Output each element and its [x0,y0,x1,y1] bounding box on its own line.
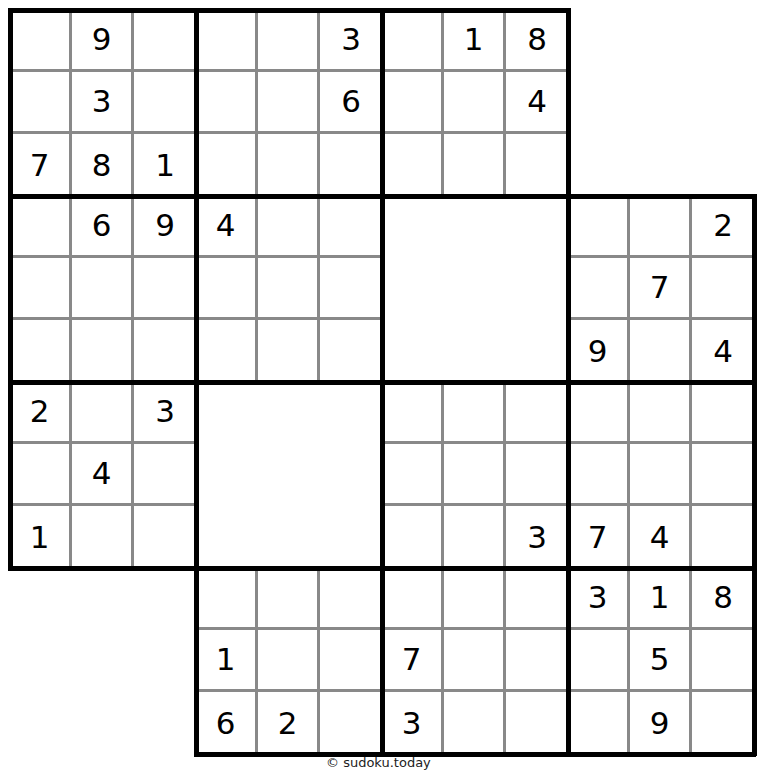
box-border-line [8,194,198,199]
cell-r7c11[interactable] [630,382,692,444]
cell-r10c9[interactable] [506,568,568,630]
cell-r10c6[interactable] [320,568,382,630]
cell-r6c11[interactable] [630,320,692,382]
cell-r2c6: 6 [320,72,382,134]
cell-r1c6: 3 [320,10,382,72]
hole-box-cell [258,444,320,506]
outside-area [134,568,196,630]
cell-r5c4[interactable] [196,258,258,320]
cell-r6c5[interactable] [258,320,320,382]
cell-r2c9: 4 [506,72,568,134]
cell-r8c7[interactable] [382,444,444,506]
hole-box-cell [506,196,568,258]
cell-r12c10[interactable] [568,692,630,754]
cell-r7c3: 3 [134,382,196,444]
cell-r7c2[interactable] [72,382,134,444]
box-border-line [752,566,757,756]
cell-r4c4: 4 [196,196,258,258]
cell-r11c12[interactable] [692,630,754,692]
cell-r4c12: 2 [692,196,754,258]
box-border-line [380,8,570,13]
box-border-line [194,194,199,384]
cell-r3c6[interactable] [320,134,382,196]
cell-r1c1[interactable] [10,10,72,72]
cell-r3c9[interactable] [506,134,568,196]
outside-area [630,10,692,72]
cell-r9c8[interactable] [444,506,506,568]
box-border-line [380,566,385,756]
box-border-line [566,194,756,199]
puzzle-stage: 9318364781694279423413743181756239 © sud… [0,0,764,774]
cell-r8c12[interactable] [692,444,754,506]
outside-area [72,568,134,630]
cell-r10c10: 3 [568,568,630,630]
outside-area [692,10,754,72]
cell-r8c1[interactable] [10,444,72,506]
cell-r4c3: 9 [134,196,196,258]
cell-r12c7: 3 [382,692,444,754]
cell-r3c1: 7 [10,134,72,196]
hole-box-cell [258,382,320,444]
cell-r4c1[interactable] [10,196,72,258]
cell-r9c3[interactable] [134,506,196,568]
box-border-line [194,8,384,13]
box-border-line [566,194,571,384]
cell-r11c9[interactable] [506,630,568,692]
cell-r4c6[interactable] [320,196,382,258]
cell-r5c3[interactable] [134,258,196,320]
hole-box-cell [196,444,258,506]
cell-r12c8[interactable] [444,692,506,754]
box-border-line [380,566,570,571]
cell-r4c5[interactable] [258,196,320,258]
outside-area [568,134,630,196]
box-border-line [8,380,13,570]
outside-area [630,134,692,196]
cell-r1c4[interactable] [196,10,258,72]
cell-r12c4: 6 [196,692,258,754]
box-border-line [752,194,757,384]
cell-r3c2: 8 [72,134,134,196]
box-border-line [194,566,199,756]
cell-r9c12[interactable] [692,506,754,568]
cell-r7c9[interactable] [506,382,568,444]
cell-r10c4[interactable] [196,568,258,630]
cell-r1c2: 9 [72,10,134,72]
cell-r8c10[interactable] [568,444,630,506]
cell-r9c2[interactable] [72,506,134,568]
cell-r5c6[interactable] [320,258,382,320]
hole-box-cell [444,258,506,320]
cell-r8c3[interactable] [134,444,196,506]
cell-r5c12[interactable] [692,258,754,320]
cell-r12c12[interactable] [692,692,754,754]
cell-r7c8[interactable] [444,382,506,444]
box-border-line [194,380,384,385]
cell-r2c5[interactable] [258,72,320,134]
cell-r12c5: 2 [258,692,320,754]
hole-box-cell [444,196,506,258]
cell-r11c7: 7 [382,630,444,692]
outside-area [568,72,630,134]
box-border-line [380,380,570,385]
cell-r9c1: 1 [10,506,72,568]
box-border-line [566,752,756,757]
cell-r3c7[interactable] [382,134,444,196]
outside-area [568,10,630,72]
cell-r8c11[interactable] [630,444,692,506]
cell-r12c9[interactable] [506,692,568,754]
cell-r10c5[interactable] [258,568,320,630]
cell-r2c2: 3 [72,72,134,134]
box-border-line [194,194,384,199]
box-border-line [380,380,385,570]
outside-area [10,692,72,754]
cell-r9c10: 7 [568,506,630,568]
cell-r1c9: 8 [506,10,568,72]
cell-r10c12: 8 [692,568,754,630]
cell-r11c5[interactable] [258,630,320,692]
copyright-caption: © sudoku.today [326,755,431,770]
cell-r9c11: 4 [630,506,692,568]
cell-r3c4[interactable] [196,134,258,196]
cell-r5c11: 7 [630,258,692,320]
cell-r6c2[interactable] [72,320,134,382]
cell-r7c12[interactable] [692,382,754,444]
hole-box-cell [444,320,506,382]
box-border-line [194,566,384,571]
cell-r7c1: 2 [10,382,72,444]
cell-r12c11: 9 [630,692,692,754]
cell-r7c7[interactable] [382,382,444,444]
cell-r10c8[interactable] [444,568,506,630]
hole-box-cell [382,196,444,258]
cell-r8c9[interactable] [506,444,568,506]
cell-r11c6[interactable] [320,630,382,692]
cell-r3c8[interactable] [444,134,506,196]
hole-box-cell [196,506,258,568]
box-border-line [380,194,385,384]
cell-r4c11[interactable] [630,196,692,258]
box-border-line [380,194,570,199]
cell-r8c8[interactable] [444,444,506,506]
outside-area [630,72,692,134]
cell-r11c8[interactable] [444,630,506,692]
cell-r2c8[interactable] [444,72,506,134]
cell-r2c3[interactable] [134,72,196,134]
box-border-line [752,380,757,570]
cell-r3c5[interactable] [258,134,320,196]
box-border-line [566,380,571,570]
box-border-line [566,380,756,385]
cell-r3c3: 1 [134,134,196,196]
box-border-line [8,8,13,198]
outside-area [10,568,72,630]
hole-box-cell [320,444,382,506]
hole-box-cell [382,258,444,320]
box-border-line [8,8,198,13]
box-border-line [566,566,571,756]
outside-area [692,72,754,134]
cell-r7c10[interactable] [568,382,630,444]
hole-box-cell [320,506,382,568]
box-border-line [380,8,385,198]
cell-r5c2[interactable] [72,258,134,320]
cell-r8c2: 4 [72,444,134,506]
outside-area [692,134,754,196]
cell-r2c1[interactable] [10,72,72,134]
cell-r11c4: 1 [196,630,258,692]
hole-box-cell [382,320,444,382]
outside-area [72,630,134,692]
cell-r6c12: 4 [692,320,754,382]
outside-area [72,692,134,754]
hole-box-cell [506,320,568,382]
cell-r10c7[interactable] [382,568,444,630]
box-border-line [566,8,571,198]
hole-box-cell [196,382,258,444]
box-border-line [8,380,198,385]
cell-r9c9: 3 [506,506,568,568]
cell-r6c10: 9 [568,320,630,382]
box-border-line [566,566,756,571]
cell-r5c1[interactable] [10,258,72,320]
cell-r1c3[interactable] [134,10,196,72]
box-border-line [194,380,199,570]
cell-r1c7[interactable] [382,10,444,72]
cell-r6c4[interactable] [196,320,258,382]
box-border-line [8,566,198,571]
cell-r2c7[interactable] [382,72,444,134]
hole-box-cell [506,258,568,320]
outside-area [134,692,196,754]
cell-r12c6[interactable] [320,692,382,754]
cell-r6c3[interactable] [134,320,196,382]
sudoku-board: 9318364781694279423413743181756239 [10,10,754,754]
box-border-line [194,8,199,198]
cell-r5c10[interactable] [568,258,630,320]
hole-box-cell [258,506,320,568]
cell-r5c5[interactable] [258,258,320,320]
hole-box-cell [320,382,382,444]
box-border-line [8,194,13,384]
cell-r6c6[interactable] [320,320,382,382]
cell-r10c11: 1 [630,568,692,630]
cell-r4c2: 6 [72,196,134,258]
cell-r2c4[interactable] [196,72,258,134]
cell-r1c5[interactable] [258,10,320,72]
cell-r6c1[interactable] [10,320,72,382]
cell-r11c11: 5 [630,630,692,692]
cell-r4c10[interactable] [568,196,630,258]
outside-area [10,630,72,692]
cell-r11c10[interactable] [568,630,630,692]
outside-area [134,630,196,692]
cell-r9c7[interactable] [382,506,444,568]
cell-r1c8: 1 [444,10,506,72]
